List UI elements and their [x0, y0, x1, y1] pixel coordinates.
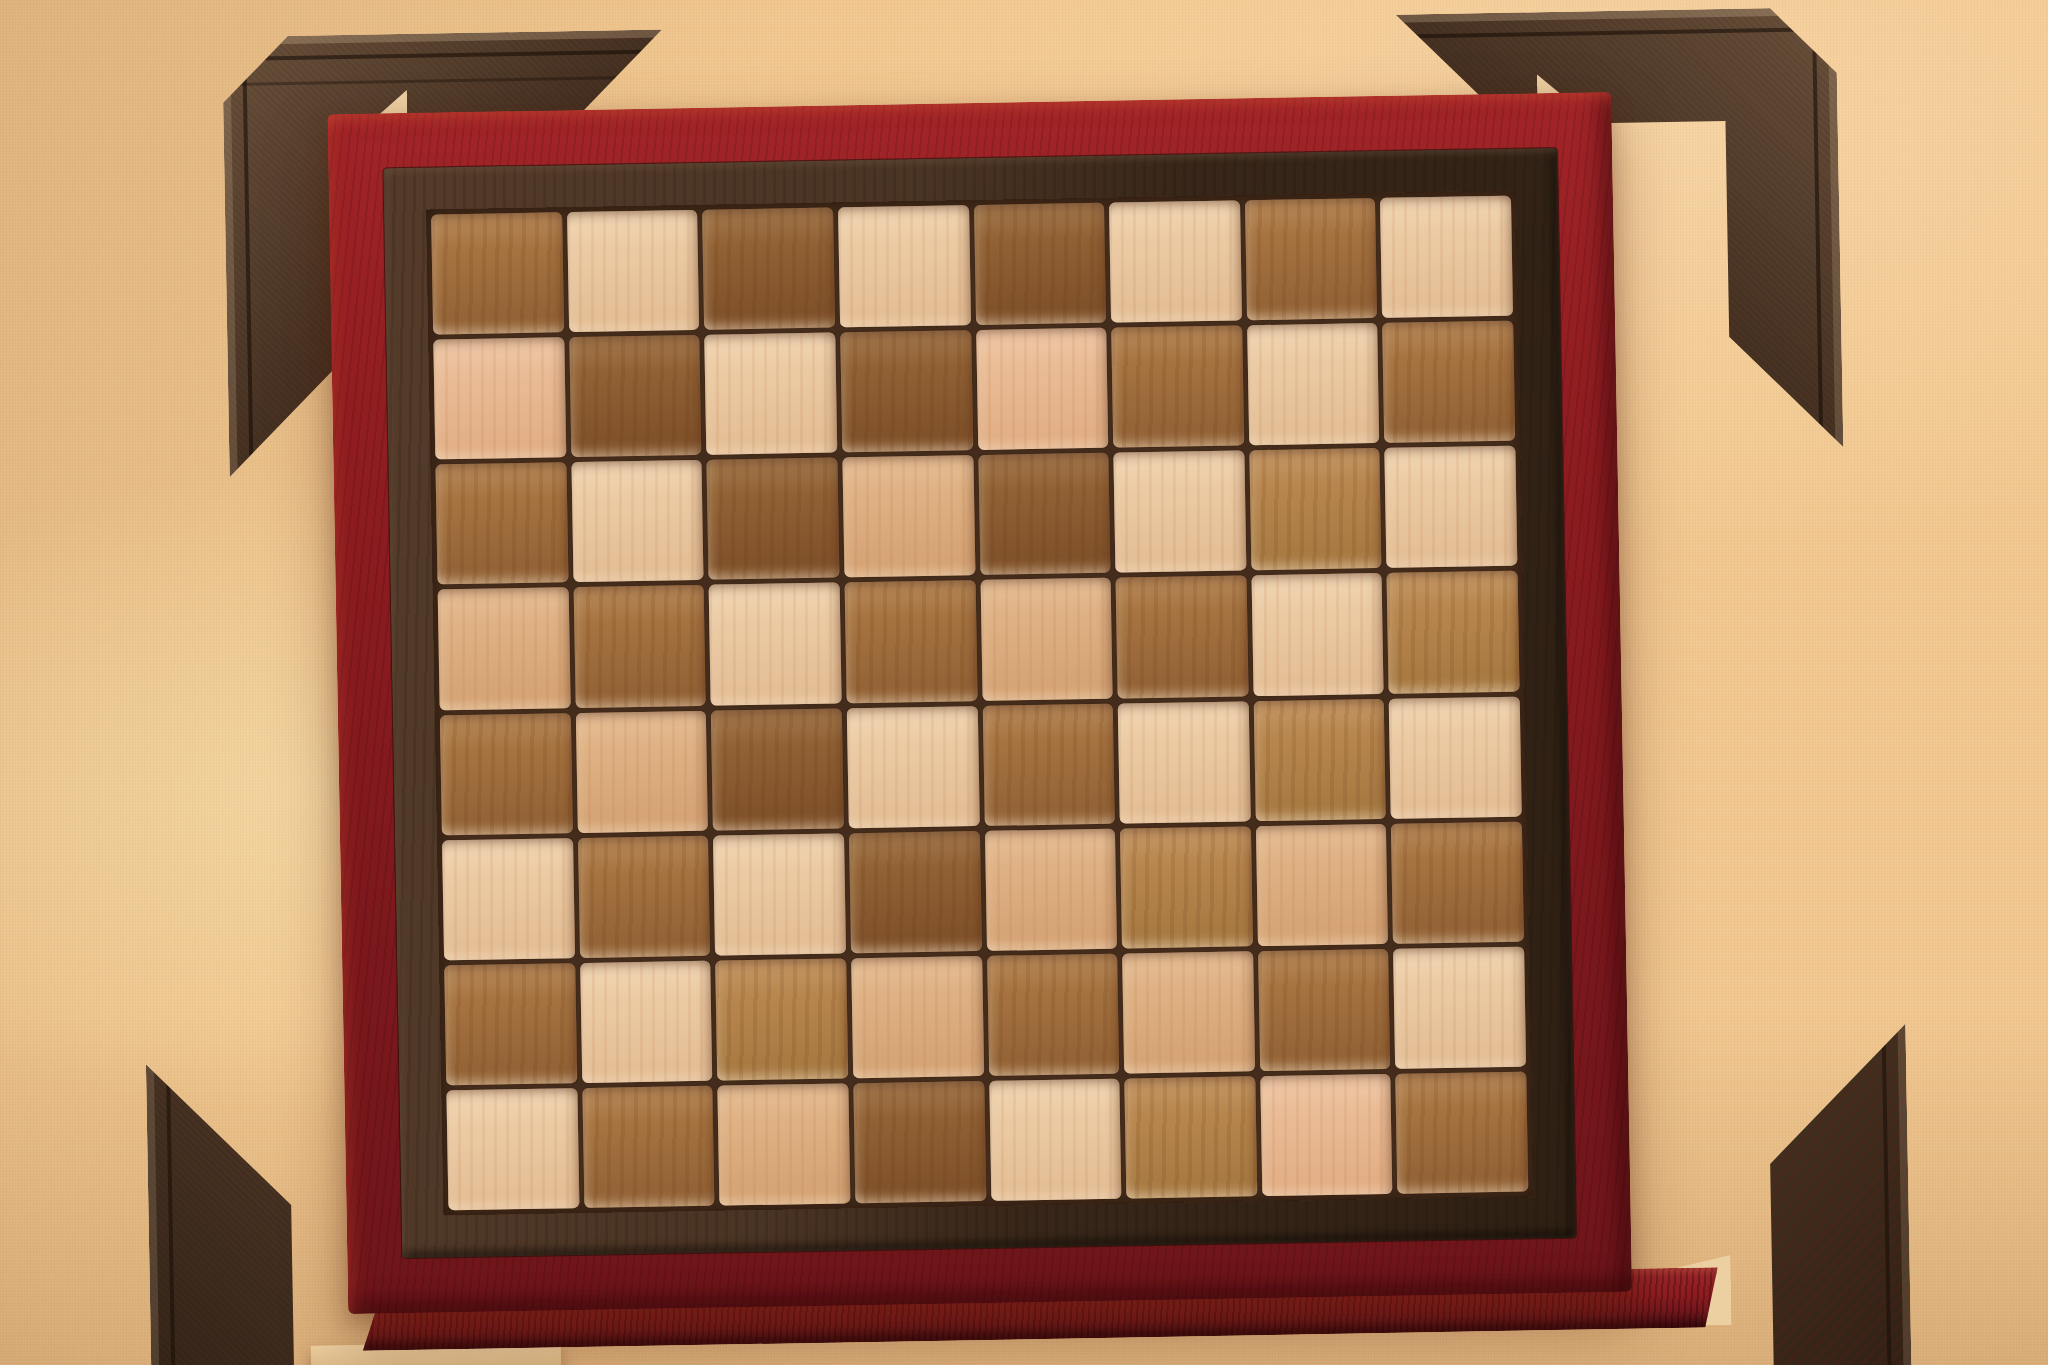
square-c6 — [707, 458, 840, 580]
square-h1 — [1396, 1071, 1529, 1193]
square-c3 — [713, 833, 846, 955]
square-b6 — [571, 460, 704, 582]
square-f5 — [1116, 576, 1249, 698]
square-b3 — [578, 835, 711, 957]
square-e4 — [982, 703, 1115, 825]
board-assembly — [0, 0, 2048, 1365]
square-d3 — [849, 831, 982, 953]
square-c5 — [709, 583, 842, 705]
square-a5 — [438, 588, 571, 710]
square-g2 — [1258, 949, 1391, 1071]
square-c7 — [704, 333, 837, 455]
square-h8 — [1380, 196, 1513, 318]
square-d5 — [844, 580, 977, 702]
square-e7 — [976, 328, 1109, 450]
square-a7 — [433, 337, 566, 459]
square-b4 — [575, 710, 708, 832]
square-c2 — [715, 958, 848, 1080]
square-h2 — [1393, 946, 1526, 1068]
square-g1 — [1260, 1074, 1393, 1196]
square-e1 — [989, 1078, 1122, 1200]
square-a8 — [431, 212, 564, 334]
square-d4 — [847, 706, 980, 828]
square-g6 — [1249, 448, 1382, 570]
square-d6 — [842, 455, 975, 577]
square-e5 — [980, 578, 1113, 700]
square-h7 — [1383, 321, 1516, 443]
square-d7 — [840, 330, 973, 452]
square-b7 — [569, 335, 702, 457]
square-d2 — [851, 956, 984, 1078]
square-c8 — [702, 207, 835, 329]
square-b5 — [573, 585, 706, 707]
square-e2 — [987, 953, 1120, 1075]
square-e3 — [984, 828, 1117, 950]
square-f3 — [1120, 826, 1253, 948]
square-g4 — [1253, 698, 1386, 820]
square-e6 — [978, 453, 1111, 575]
square-h4 — [1389, 696, 1522, 818]
square-a6 — [435, 462, 568, 584]
square-b2 — [580, 960, 713, 1082]
square-d1 — [853, 1081, 986, 1203]
square-g5 — [1251, 573, 1384, 695]
square-h3 — [1391, 821, 1524, 943]
square-d8 — [838, 205, 971, 327]
square-b8 — [567, 210, 700, 332]
padauk-outer-frame — [327, 92, 1632, 1314]
square-f1 — [1124, 1076, 1257, 1198]
square-e8 — [974, 203, 1107, 325]
square-c1 — [718, 1083, 851, 1205]
square-g3 — [1256, 824, 1389, 946]
square-f8 — [1109, 200, 1242, 322]
square-h6 — [1385, 446, 1518, 568]
square-f4 — [1118, 701, 1251, 823]
square-g8 — [1245, 198, 1378, 320]
square-c4 — [711, 708, 844, 830]
square-f6 — [1113, 451, 1246, 573]
walnut-inner-frame — [383, 148, 1576, 1258]
square-a4 — [440, 713, 573, 835]
square-h5 — [1387, 571, 1520, 693]
square-f7 — [1111, 325, 1244, 447]
square-a1 — [446, 1088, 579, 1210]
photo-scene — [0, 0, 2048, 1365]
square-g7 — [1247, 323, 1380, 445]
square-f2 — [1122, 951, 1255, 1073]
square-a2 — [444, 963, 577, 1085]
chessboard — [426, 191, 1533, 1216]
square-a3 — [442, 838, 575, 960]
square-b1 — [582, 1086, 715, 1208]
